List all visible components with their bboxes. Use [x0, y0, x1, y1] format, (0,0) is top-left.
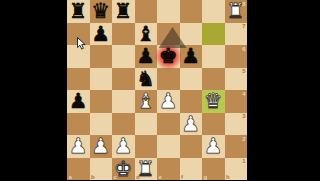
white-pawn-piece[interactable]: ♟ — [202, 135, 225, 158]
square-e1[interactable]: e — [157, 158, 180, 181]
square-b8[interactable]: ♛ — [90, 0, 113, 23]
white-rook-piece[interactable]: ♜ — [135, 158, 158, 181]
white-rook-piece[interactable]: ♜ — [225, 0, 248, 23]
square-d4[interactable]: ♝ — [135, 90, 158, 113]
square-f7[interactable] — [180, 23, 203, 46]
square-d7[interactable]: ♝ — [135, 23, 158, 46]
black-king-piece[interactable]: ♚ — [157, 45, 180, 68]
square-c3[interactable] — [112, 113, 135, 136]
square-e5[interactable] — [157, 68, 180, 91]
square-a4[interactable]: ♟ — [67, 90, 90, 113]
square-f5[interactable] — [180, 68, 203, 91]
square-c2[interactable]: ♟ — [112, 135, 135, 158]
square-h8[interactable]: 8♜ — [225, 0, 248, 23]
square-b4[interactable] — [90, 90, 113, 113]
square-b2[interactable]: ♟ — [90, 135, 113, 158]
black-pawn-piece[interactable]: ♟ — [90, 23, 113, 46]
square-h4[interactable]: 4 — [225, 90, 248, 113]
square-b3[interactable] — [90, 113, 113, 136]
square-f3[interactable]: ♟ — [180, 113, 203, 136]
white-pawn-piece[interactable]: ♟ — [112, 135, 135, 158]
square-a5[interactable] — [67, 68, 90, 91]
square-g8[interactable] — [202, 0, 225, 23]
chess-board[interactable]: ♜♛♜8♜♟♝7♟♚♟6♞5♟♝♟♛4♟3♟♟♟♟2abc♚d♜efg1h — [67, 0, 247, 180]
white-queen-piece[interactable]: ♛ — [202, 90, 225, 113]
square-h2[interactable]: 2 — [225, 135, 248, 158]
square-c8[interactable]: ♜ — [112, 0, 135, 23]
square-g7[interactable] — [202, 23, 225, 46]
square-c6[interactable] — [112, 45, 135, 68]
square-e6[interactable]: ♚ — [157, 45, 180, 68]
white-bishop-piece[interactable]: ♝ — [135, 90, 158, 113]
square-b7[interactable]: ♟ — [90, 23, 113, 46]
square-f1[interactable]: f — [180, 158, 203, 181]
square-f4[interactable] — [180, 90, 203, 113]
rank-label-4: 4 — [242, 91, 245, 97]
black-knight-piece[interactable]: ♞ — [135, 68, 158, 91]
square-h5[interactable]: 5 — [225, 68, 248, 91]
rank-label-1: 1 — [242, 158, 245, 164]
square-a2[interactable]: ♟ — [67, 135, 90, 158]
file-label-g: g — [204, 174, 208, 180]
square-b5[interactable] — [90, 68, 113, 91]
file-label-f: f — [181, 174, 183, 180]
white-pawn-piece[interactable]: ♟ — [90, 135, 113, 158]
square-h6[interactable]: 6 — [225, 45, 248, 68]
square-c1[interactable]: c♚ — [112, 158, 135, 181]
file-label-a: a — [69, 174, 72, 180]
letterbox-right — [247, 0, 320, 180]
square-b1[interactable]: b — [90, 158, 113, 181]
square-d8[interactable] — [135, 0, 158, 23]
square-c7[interactable] — [112, 23, 135, 46]
square-e3[interactable] — [157, 113, 180, 136]
square-f8[interactable] — [180, 0, 203, 23]
square-a1[interactable]: a — [67, 158, 90, 181]
square-d6[interactable]: ♟ — [135, 45, 158, 68]
square-e2[interactable] — [157, 135, 180, 158]
square-d5[interactable]: ♞ — [135, 68, 158, 91]
rank-label-7: 7 — [242, 23, 245, 29]
square-b6[interactable] — [90, 45, 113, 68]
black-rook-piece[interactable]: ♜ — [112, 0, 135, 23]
square-g3[interactable] — [202, 113, 225, 136]
file-label-h: h — [226, 174, 230, 180]
letterbox-left — [0, 0, 67, 180]
square-h7[interactable]: 7 — [225, 23, 248, 46]
square-e4[interactable]: ♟ — [157, 90, 180, 113]
square-f2[interactable] — [180, 135, 203, 158]
square-d1[interactable]: d♜ — [135, 158, 158, 181]
file-label-e: e — [159, 174, 162, 180]
square-a3[interactable] — [67, 113, 90, 136]
black-pawn-piece[interactable]: ♟ — [67, 90, 90, 113]
black-bishop-piece[interactable]: ♝ — [135, 23, 158, 46]
white-pawn-piece[interactable]: ♟ — [67, 135, 90, 158]
white-pawn-piece[interactable]: ♟ — [157, 90, 180, 113]
square-g2[interactable]: ♟ — [202, 135, 225, 158]
black-pawn-piece[interactable]: ♟ — [180, 45, 203, 68]
square-a8[interactable]: ♜ — [67, 0, 90, 23]
mouse-cursor-icon — [77, 36, 86, 54]
rank-label-2: 2 — [242, 136, 245, 142]
square-d3[interactable] — [135, 113, 158, 136]
square-f6[interactable]: ♟ — [180, 45, 203, 68]
square-c5[interactable] — [112, 68, 135, 91]
square-g6[interactable] — [202, 45, 225, 68]
rank-label-3: 3 — [242, 113, 245, 119]
white-pawn-piece[interactable]: ♟ — [180, 113, 203, 136]
white-king-piece[interactable]: ♚ — [112, 158, 135, 181]
square-d2[interactable] — [135, 135, 158, 158]
black-queen-piece[interactable]: ♛ — [90, 0, 113, 23]
file-label-b: b — [91, 174, 95, 180]
square-g1[interactable]: g — [202, 158, 225, 181]
square-e8[interactable] — [157, 0, 180, 23]
rank-label-5: 5 — [242, 68, 245, 74]
square-c4[interactable] — [112, 90, 135, 113]
black-rook-piece[interactable]: ♜ — [67, 0, 90, 23]
square-g5[interactable] — [202, 68, 225, 91]
square-h3[interactable]: 3 — [225, 113, 248, 136]
black-pawn-piece[interactable]: ♟ — [135, 45, 158, 68]
square-h1[interactable]: 1h — [225, 158, 248, 181]
square-g4[interactable]: ♛ — [202, 90, 225, 113]
rank-label-6: 6 — [242, 46, 245, 52]
